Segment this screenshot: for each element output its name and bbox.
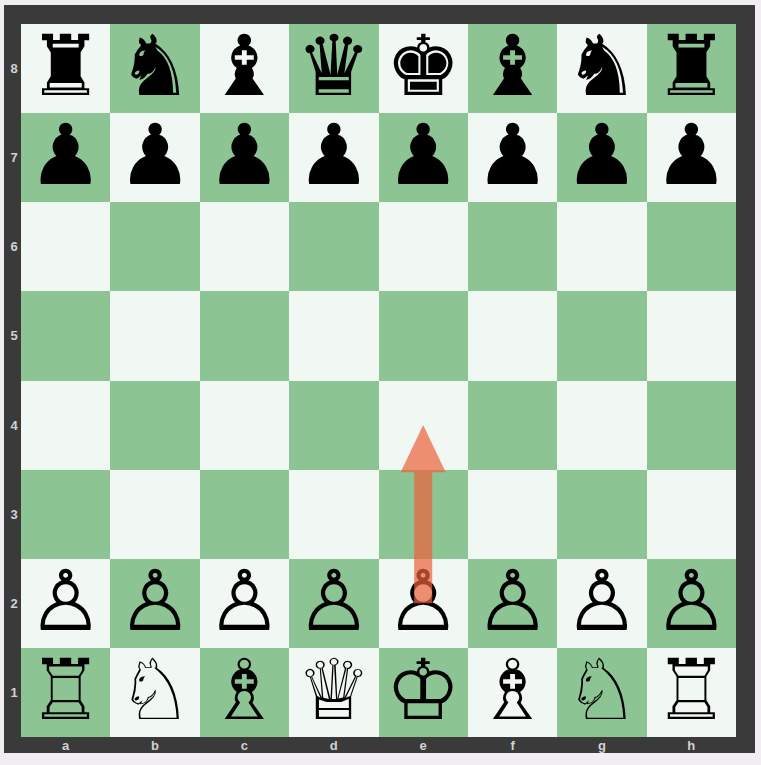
- square-h3[interactable]: [647, 470, 736, 559]
- square-f8[interactable]: ♝: [468, 24, 557, 113]
- black-pawn[interactable]: ♟: [475, 111, 550, 200]
- rank-labels: 87654321: [4, 24, 21, 737]
- square-f1[interactable]: ♗: [468, 648, 557, 737]
- white-pawn[interactable]: ♙: [28, 557, 103, 646]
- square-d5[interactable]: [289, 291, 378, 380]
- square-a3[interactable]: [21, 470, 110, 559]
- square-g5[interactable]: [557, 291, 646, 380]
- white-pawn[interactable]: ♙: [564, 557, 639, 646]
- black-pawn[interactable]: ♟: [564, 111, 639, 200]
- board-frame: 87654321 abcdefgh ♜♞♝♛♚♝♞♜♟♟♟♟♟♟♟♟♙♙♙♙♙♙…: [4, 5, 755, 753]
- white-queen[interactable]: ♕: [296, 646, 371, 735]
- rank-label-5: 5: [4, 291, 21, 380]
- square-c5[interactable]: [200, 291, 289, 380]
- black-pawn[interactable]: ♟: [207, 111, 282, 200]
- square-b3[interactable]: [110, 470, 199, 559]
- square-c8[interactable]: ♝: [200, 24, 289, 113]
- square-b8[interactable]: ♞: [110, 24, 199, 113]
- file-label-c: c: [200, 737, 289, 753]
- square-b4[interactable]: [110, 381, 199, 470]
- square-h6[interactable]: [647, 202, 736, 291]
- white-pawn[interactable]: ♙: [117, 557, 192, 646]
- white-pawn[interactable]: ♙: [475, 557, 550, 646]
- square-e3[interactable]: [379, 470, 468, 559]
- square-d8[interactable]: ♛: [289, 24, 378, 113]
- white-pawn[interactable]: ♙: [207, 557, 282, 646]
- square-d6[interactable]: [289, 202, 378, 291]
- square-a1[interactable]: ♖: [21, 648, 110, 737]
- square-f3[interactable]: [468, 470, 557, 559]
- square-g3[interactable]: [557, 470, 646, 559]
- square-c3[interactable]: [200, 470, 289, 559]
- file-label-f: f: [468, 737, 557, 753]
- rank-label-6: 6: [4, 202, 21, 291]
- square-h8[interactable]: ♜: [647, 24, 736, 113]
- white-rook[interactable]: ♖: [654, 646, 729, 735]
- square-e6[interactable]: [379, 202, 468, 291]
- board-grid: ♜♞♝♛♚♝♞♜♟♟♟♟♟♟♟♟♙♙♙♙♙♙♙♙♖♘♗♕♔♗♘♖: [21, 24, 736, 737]
- white-pawn[interactable]: ♙: [296, 557, 371, 646]
- square-a5[interactable]: [21, 291, 110, 380]
- white-bishop[interactable]: ♗: [207, 646, 282, 735]
- white-bishop[interactable]: ♗: [475, 646, 550, 735]
- file-labels: abcdefgh: [21, 737, 736, 753]
- square-b5[interactable]: [110, 291, 199, 380]
- white-pawn[interactable]: ♙: [654, 557, 729, 646]
- square-f7[interactable]: ♟: [468, 113, 557, 202]
- square-b1[interactable]: ♘: [110, 648, 199, 737]
- square-g1[interactable]: ♘: [557, 648, 646, 737]
- square-h4[interactable]: [647, 381, 736, 470]
- square-c4[interactable]: [200, 381, 289, 470]
- white-knight[interactable]: ♘: [117, 646, 192, 735]
- chess-board-app: 87654321 abcdefgh ♜♞♝♛♚♝♞♜♟♟♟♟♟♟♟♟♙♙♙♙♙♙…: [0, 0, 761, 765]
- black-king[interactable]: ♚: [386, 22, 461, 111]
- square-h2[interactable]: ♙: [647, 559, 736, 648]
- square-c6[interactable]: [200, 202, 289, 291]
- black-rook[interactable]: ♜: [654, 22, 729, 111]
- square-a7[interactable]: ♟: [21, 113, 110, 202]
- file-label-e: e: [379, 737, 468, 753]
- square-g6[interactable]: [557, 202, 646, 291]
- white-king[interactable]: ♔: [386, 646, 461, 735]
- black-rook[interactable]: ♜: [28, 22, 103, 111]
- square-b2[interactable]: ♙: [110, 559, 199, 648]
- black-pawn[interactable]: ♟: [28, 111, 103, 200]
- black-pawn[interactable]: ♟: [386, 111, 461, 200]
- square-f6[interactable]: [468, 202, 557, 291]
- square-e5[interactable]: [379, 291, 468, 380]
- file-label-d: d: [289, 737, 378, 753]
- file-label-a: a: [21, 737, 110, 753]
- square-d2[interactable]: ♙: [289, 559, 378, 648]
- square-h5[interactable]: [647, 291, 736, 380]
- white-pawn[interactable]: ♙: [386, 557, 461, 646]
- square-f4[interactable]: [468, 381, 557, 470]
- rank-label-7: 7: [4, 113, 21, 202]
- file-label-b: b: [110, 737, 199, 753]
- file-label-g: g: [557, 737, 646, 753]
- square-g4[interactable]: [557, 381, 646, 470]
- square-e7[interactable]: ♟: [379, 113, 468, 202]
- square-b6[interactable]: [110, 202, 199, 291]
- square-g7[interactable]: ♟: [557, 113, 646, 202]
- rank-label-8: 8: [4, 24, 21, 113]
- file-label-h: h: [647, 737, 736, 753]
- square-a8[interactable]: ♜: [21, 24, 110, 113]
- square-e8[interactable]: ♚: [379, 24, 468, 113]
- white-knight[interactable]: ♘: [564, 646, 639, 735]
- square-d4[interactable]: [289, 381, 378, 470]
- square-g8[interactable]: ♞: [557, 24, 646, 113]
- square-e4[interactable]: [379, 381, 468, 470]
- black-bishop[interactable]: ♝: [207, 22, 282, 111]
- white-rook[interactable]: ♖: [28, 646, 103, 735]
- square-f2[interactable]: ♙: [468, 559, 557, 648]
- square-c2[interactable]: ♙: [200, 559, 289, 648]
- black-knight[interactable]: ♞: [117, 22, 192, 111]
- square-a4[interactable]: [21, 381, 110, 470]
- square-d1[interactable]: ♕: [289, 648, 378, 737]
- black-pawn[interactable]: ♟: [296, 111, 371, 200]
- square-b7[interactable]: ♟: [110, 113, 199, 202]
- black-knight[interactable]: ♞: [564, 22, 639, 111]
- rank-label-4: 4: [4, 381, 21, 470]
- square-e1[interactable]: ♔: [379, 648, 468, 737]
- rank-label-2: 2: [4, 559, 21, 648]
- square-a2[interactable]: ♙: [21, 559, 110, 648]
- black-queen[interactable]: ♛: [296, 22, 371, 111]
- square-c1[interactable]: ♗: [200, 648, 289, 737]
- black-pawn[interactable]: ♟: [654, 111, 729, 200]
- rank-label-3: 3: [4, 470, 21, 559]
- square-f5[interactable]: [468, 291, 557, 380]
- square-d3[interactable]: [289, 470, 378, 559]
- square-e2[interactable]: ♙: [379, 559, 468, 648]
- square-c7[interactable]: ♟: [200, 113, 289, 202]
- rank-label-1: 1: [4, 648, 21, 737]
- square-d7[interactable]: ♟: [289, 113, 378, 202]
- square-h7[interactable]: ♟: [647, 113, 736, 202]
- black-bishop[interactable]: ♝: [475, 22, 550, 111]
- square-a6[interactable]: [21, 202, 110, 291]
- black-pawn[interactable]: ♟: [117, 111, 192, 200]
- square-h1[interactable]: ♖: [647, 648, 736, 737]
- square-g2[interactable]: ♙: [557, 559, 646, 648]
